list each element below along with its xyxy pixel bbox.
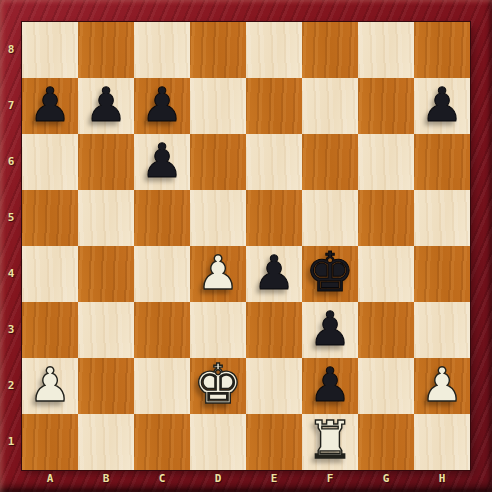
square-g5[interactable] — [358, 190, 414, 246]
chess-board[interactable]: ♟♟♟♟♟♟♟♚♟♟♚♟♟♜ — [22, 22, 470, 470]
square-b7[interactable]: ♟ — [78, 78, 134, 134]
square-a1[interactable] — [22, 414, 78, 470]
rank-label-5: 5 — [0, 190, 22, 246]
square-f2[interactable]: ♟ — [302, 358, 358, 414]
square-c3[interactable] — [134, 302, 190, 358]
rank-label-6: 6 — [0, 134, 22, 190]
square-g6[interactable] — [358, 134, 414, 190]
piece-white-pawn-d4[interactable]: ♟ — [197, 249, 239, 296]
square-e3[interactable] — [246, 302, 302, 358]
square-b2[interactable] — [78, 358, 134, 414]
square-e2[interactable] — [246, 358, 302, 414]
piece-white-pawn-h2[interactable]: ♟ — [421, 361, 463, 408]
square-g8[interactable] — [358, 22, 414, 78]
square-c1[interactable] — [134, 414, 190, 470]
square-b3[interactable] — [78, 302, 134, 358]
square-f7[interactable] — [302, 78, 358, 134]
piece-black-pawn-a7[interactable]: ♟ — [29, 81, 71, 128]
square-f1[interactable]: ♜ — [302, 414, 358, 470]
piece-black-pawn-b7[interactable]: ♟ — [85, 81, 127, 128]
square-g1[interactable] — [358, 414, 414, 470]
square-e5[interactable] — [246, 190, 302, 246]
square-a7[interactable]: ♟ — [22, 78, 78, 134]
rank-label-3: 3 — [0, 302, 22, 358]
file-label-g: G — [358, 468, 414, 490]
square-g7[interactable] — [358, 78, 414, 134]
square-h3[interactable] — [414, 302, 470, 358]
square-f6[interactable] — [302, 134, 358, 190]
square-e8[interactable] — [246, 22, 302, 78]
square-c7[interactable]: ♟ — [134, 78, 190, 134]
square-e7[interactable] — [246, 78, 302, 134]
square-a4[interactable] — [22, 246, 78, 302]
square-b1[interactable] — [78, 414, 134, 470]
file-label-h: H — [414, 468, 470, 490]
rank-label-7: 7 — [0, 78, 22, 134]
square-e4[interactable]: ♟ — [246, 246, 302, 302]
square-a5[interactable] — [22, 190, 78, 246]
square-f5[interactable] — [302, 190, 358, 246]
file-label-f: F — [302, 468, 358, 490]
piece-white-king-d2[interactable]: ♚ — [193, 357, 242, 412]
piece-black-pawn-c6[interactable]: ♟ — [141, 137, 183, 184]
rank-label-8: 8 — [0, 22, 22, 78]
square-d5[interactable] — [190, 190, 246, 246]
square-h6[interactable] — [414, 134, 470, 190]
piece-white-pawn-a2[interactable]: ♟ — [29, 361, 71, 408]
square-g4[interactable] — [358, 246, 414, 302]
square-h7[interactable]: ♟ — [414, 78, 470, 134]
square-b8[interactable] — [78, 22, 134, 78]
file-label-a: A — [22, 468, 78, 490]
square-d4[interactable]: ♟ — [190, 246, 246, 302]
square-h1[interactable] — [414, 414, 470, 470]
piece-black-king-f4[interactable]: ♚ — [305, 245, 354, 300]
piece-black-pawn-h7[interactable]: ♟ — [421, 81, 463, 128]
board-frame: ♟♟♟♟♟♟♟♚♟♟♚♟♟♜ 87654321 ABCDEFGH — [0, 0, 492, 492]
square-e6[interactable] — [246, 134, 302, 190]
square-a8[interactable] — [22, 22, 78, 78]
rank-label-4: 4 — [0, 246, 22, 302]
square-d6[interactable] — [190, 134, 246, 190]
square-h8[interactable] — [414, 22, 470, 78]
piece-black-pawn-f2[interactable]: ♟ — [309, 361, 351, 408]
square-c6[interactable]: ♟ — [134, 134, 190, 190]
file-label-d: D — [190, 468, 246, 490]
square-h4[interactable] — [414, 246, 470, 302]
square-f3[interactable]: ♟ — [302, 302, 358, 358]
square-h5[interactable] — [414, 190, 470, 246]
square-f4[interactable]: ♚ — [302, 246, 358, 302]
piece-white-rook-f1[interactable]: ♜ — [307, 414, 354, 466]
square-g3[interactable] — [358, 302, 414, 358]
square-c4[interactable] — [134, 246, 190, 302]
file-label-e: E — [246, 468, 302, 490]
square-d8[interactable] — [190, 22, 246, 78]
piece-black-pawn-f3[interactable]: ♟ — [309, 305, 351, 352]
rank-label-2: 2 — [0, 358, 22, 414]
piece-black-pawn-c7[interactable]: ♟ — [141, 81, 183, 128]
square-d3[interactable] — [190, 302, 246, 358]
rank-label-1: 1 — [0, 414, 22, 470]
square-b4[interactable] — [78, 246, 134, 302]
file-label-c: C — [134, 468, 190, 490]
piece-black-pawn-e4[interactable]: ♟ — [253, 249, 295, 296]
square-f8[interactable] — [302, 22, 358, 78]
square-h2[interactable]: ♟ — [414, 358, 470, 414]
square-d1[interactable] — [190, 414, 246, 470]
square-d7[interactable] — [190, 78, 246, 134]
square-b6[interactable] — [78, 134, 134, 190]
square-c8[interactable] — [134, 22, 190, 78]
file-label-b: B — [78, 468, 134, 490]
square-a6[interactable] — [22, 134, 78, 190]
square-b5[interactable] — [78, 190, 134, 246]
square-a3[interactable] — [22, 302, 78, 358]
square-c2[interactable] — [134, 358, 190, 414]
square-c5[interactable] — [134, 190, 190, 246]
square-g2[interactable] — [358, 358, 414, 414]
square-e1[interactable] — [246, 414, 302, 470]
square-d2[interactable]: ♚ — [190, 358, 246, 414]
square-a2[interactable]: ♟ — [22, 358, 78, 414]
